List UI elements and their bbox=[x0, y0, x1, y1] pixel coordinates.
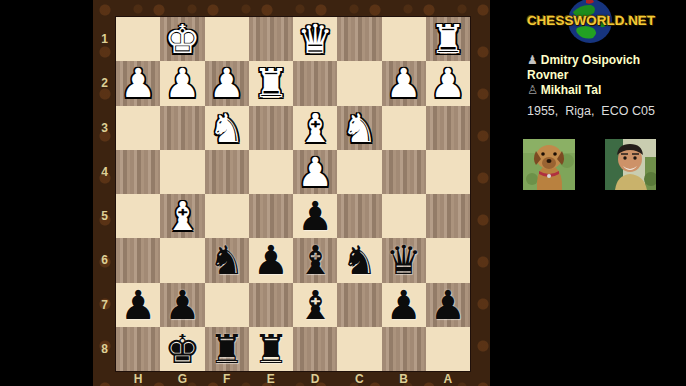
black-pawn[interactable]: ♟ bbox=[164, 283, 200, 327]
square-h1[interactable] bbox=[116, 17, 160, 61]
white-pawn[interactable]: ♟ bbox=[430, 61, 466, 105]
square-a5[interactable] bbox=[426, 194, 470, 238]
square-e8[interactable]: ♜ bbox=[249, 327, 293, 371]
square-c7[interactable] bbox=[337, 283, 381, 327]
square-d6[interactable]: ♝ bbox=[293, 238, 337, 282]
square-f1[interactable] bbox=[205, 17, 249, 61]
white-pawn[interactable]: ♟ bbox=[164, 61, 200, 105]
square-d8[interactable] bbox=[293, 327, 337, 371]
black-rook[interactable]: ♜ bbox=[253, 327, 289, 371]
black-bishop[interactable]: ♝ bbox=[297, 238, 333, 282]
white-player-avatar bbox=[523, 139, 575, 190]
square-f7[interactable] bbox=[205, 283, 249, 327]
square-b4[interactable] bbox=[382, 150, 426, 194]
square-d2[interactable] bbox=[293, 61, 337, 105]
square-a2[interactable]: ♟ bbox=[426, 61, 470, 105]
file-label-b: B bbox=[382, 371, 426, 386]
square-b7[interactable]: ♟ bbox=[382, 283, 426, 327]
square-b5[interactable] bbox=[382, 194, 426, 238]
square-h4[interactable] bbox=[116, 150, 160, 194]
file-label-h: H bbox=[116, 371, 160, 386]
black-queen[interactable]: ♛ bbox=[386, 238, 422, 282]
square-c4[interactable] bbox=[337, 150, 381, 194]
square-c8[interactable] bbox=[337, 327, 381, 371]
black-pawn[interactable]: ♟ bbox=[297, 194, 333, 238]
file-label-d: D bbox=[293, 371, 337, 386]
white-bishop[interactable]: ♝ bbox=[164, 194, 200, 238]
square-e1[interactable] bbox=[249, 17, 293, 61]
square-h6[interactable] bbox=[116, 238, 160, 282]
square-c5[interactable] bbox=[337, 194, 381, 238]
black-bishop[interactable]: ♝ bbox=[297, 283, 333, 327]
square-c2[interactable] bbox=[337, 61, 381, 105]
site-logo[interactable]: CHESSWORLD.NET bbox=[516, 13, 666, 28]
square-h8[interactable] bbox=[116, 327, 160, 371]
rank-label-6: 6 bbox=[93, 238, 116, 282]
rank-labels: 12345678 bbox=[93, 17, 116, 371]
square-g4[interactable] bbox=[160, 150, 204, 194]
square-f6[interactable]: ♞ bbox=[205, 238, 249, 282]
square-a4[interactable] bbox=[426, 150, 470, 194]
file-label-e: E bbox=[249, 371, 293, 386]
square-c1[interactable] bbox=[337, 17, 381, 61]
black-pawn[interactable]: ♟ bbox=[430, 283, 466, 327]
square-a1[interactable]: ♜ bbox=[426, 17, 470, 61]
rank-label-3: 3 bbox=[93, 106, 116, 150]
square-f5[interactable] bbox=[205, 194, 249, 238]
black-rook[interactable]: ♜ bbox=[209, 327, 245, 371]
black-player-name: Mikhail Tal bbox=[541, 83, 601, 97]
white-rook[interactable]: ♜ bbox=[253, 61, 289, 105]
square-f8[interactable]: ♜ bbox=[205, 327, 249, 371]
square-d7[interactable]: ♝ bbox=[293, 283, 337, 327]
square-h2[interactable]: ♟ bbox=[116, 61, 160, 105]
players-block: ♟Dmitry Osipovich Rovner ♙Mikhail Tal bbox=[527, 53, 669, 98]
white-knight[interactable]: ♞ bbox=[209, 106, 245, 150]
square-d4[interactable]: ♟ bbox=[293, 150, 337, 194]
square-c3[interactable]: ♞ bbox=[337, 106, 381, 150]
black-pawn[interactable]: ♟ bbox=[120, 283, 156, 327]
square-a8[interactable] bbox=[426, 327, 470, 371]
rank-label-2: 2 bbox=[93, 61, 116, 105]
white-knight[interactable]: ♞ bbox=[341, 106, 377, 150]
square-e4[interactable] bbox=[249, 150, 293, 194]
white-king[interactable]: ♚ bbox=[164, 17, 200, 61]
black-pawn-icon: ♙ bbox=[527, 83, 538, 97]
square-g3[interactable] bbox=[160, 106, 204, 150]
square-g7[interactable]: ♟ bbox=[160, 283, 204, 327]
rank-label-4: 4 bbox=[93, 150, 116, 194]
white-queen[interactable]: ♛ bbox=[297, 17, 333, 61]
square-g2[interactable]: ♟ bbox=[160, 61, 204, 105]
square-d1[interactable]: ♛ bbox=[293, 17, 337, 61]
square-b8[interactable] bbox=[382, 327, 426, 371]
white-player-name: Dmitry Osipovich Rovner bbox=[527, 53, 640, 82]
file-label-g: G bbox=[160, 371, 204, 386]
square-e5[interactable] bbox=[249, 194, 293, 238]
file-labels: HGFEDCBA bbox=[116, 371, 470, 386]
square-e3[interactable] bbox=[249, 106, 293, 150]
square-e6[interactable]: ♟ bbox=[249, 238, 293, 282]
black-king[interactable]: ♚ bbox=[164, 327, 200, 371]
square-f4[interactable] bbox=[205, 150, 249, 194]
square-a6[interactable] bbox=[426, 238, 470, 282]
square-c6[interactable]: ♞ bbox=[337, 238, 381, 282]
game-info: 1955, Riga, ECO C05 bbox=[527, 104, 682, 118]
board-frame: 12345678 ♚♛♜♟♟♟♜♟♟♞♝♞♟♝♟♞♟♝♞♛♟♟♝♟♟♚♜♜ HG… bbox=[93, 0, 490, 386]
square-g1[interactable]: ♚ bbox=[160, 17, 204, 61]
square-a7[interactable]: ♟ bbox=[426, 283, 470, 327]
white-pawn[interactable]: ♟ bbox=[209, 61, 245, 105]
white-pawn[interactable]: ♟ bbox=[386, 61, 422, 105]
square-b6[interactable]: ♛ bbox=[382, 238, 426, 282]
black-player-avatar bbox=[605, 139, 656, 190]
square-b2[interactable]: ♟ bbox=[382, 61, 426, 105]
rank-label-7: 7 bbox=[93, 283, 116, 327]
white-pawn[interactable]: ♟ bbox=[120, 61, 156, 105]
square-b3[interactable] bbox=[382, 106, 426, 150]
info-panel: CHESSWORLD.NET ♟Dmitry Osipovich Rovner … bbox=[490, 0, 686, 386]
rank-label-1: 1 bbox=[93, 17, 116, 61]
rank-label-8: 8 bbox=[93, 327, 116, 371]
chess-board[interactable]: ♚♛♜♟♟♟♜♟♟♞♝♞♟♝♟♞♟♝♞♛♟♟♝♟♟♚♜♜ bbox=[116, 17, 470, 371]
square-d5[interactable]: ♟ bbox=[293, 194, 337, 238]
square-h7[interactable]: ♟ bbox=[116, 283, 160, 327]
square-a3[interactable] bbox=[426, 106, 470, 150]
square-f3[interactable]: ♞ bbox=[205, 106, 249, 150]
square-e7[interactable] bbox=[249, 283, 293, 327]
file-label-a: A bbox=[426, 371, 470, 386]
white-rook[interactable]: ♜ bbox=[430, 17, 466, 61]
square-f2[interactable]: ♟ bbox=[205, 61, 249, 105]
black-knight[interactable]: ♞ bbox=[341, 238, 377, 282]
file-label-f: F bbox=[205, 371, 249, 386]
black-knight[interactable]: ♞ bbox=[209, 238, 245, 282]
rank-label-5: 5 bbox=[93, 194, 116, 238]
screenshot-root: 12345678 ♚♛♜♟♟♟♜♟♟♞♝♞♟♝♟♞♟♝♞♛♟♟♝♟♟♚♜♜ HG… bbox=[0, 0, 686, 386]
black-pawn[interactable]: ♟ bbox=[253, 238, 289, 282]
white-pawn-icon: ♟ bbox=[527, 53, 538, 67]
square-g6[interactable] bbox=[160, 238, 204, 282]
file-label-c: C bbox=[337, 371, 381, 386]
white-bishop[interactable]: ♝ bbox=[297, 106, 333, 150]
square-h3[interactable] bbox=[116, 106, 160, 150]
square-g8[interactable]: ♚ bbox=[160, 327, 204, 371]
white-pawn[interactable]: ♟ bbox=[297, 150, 333, 194]
square-e2[interactable]: ♜ bbox=[249, 61, 293, 105]
square-d3[interactable]: ♝ bbox=[293, 106, 337, 150]
black-pawn[interactable]: ♟ bbox=[386, 283, 422, 327]
square-g5[interactable]: ♝ bbox=[160, 194, 204, 238]
square-b1[interactable] bbox=[382, 17, 426, 61]
square-h5[interactable] bbox=[116, 194, 160, 238]
